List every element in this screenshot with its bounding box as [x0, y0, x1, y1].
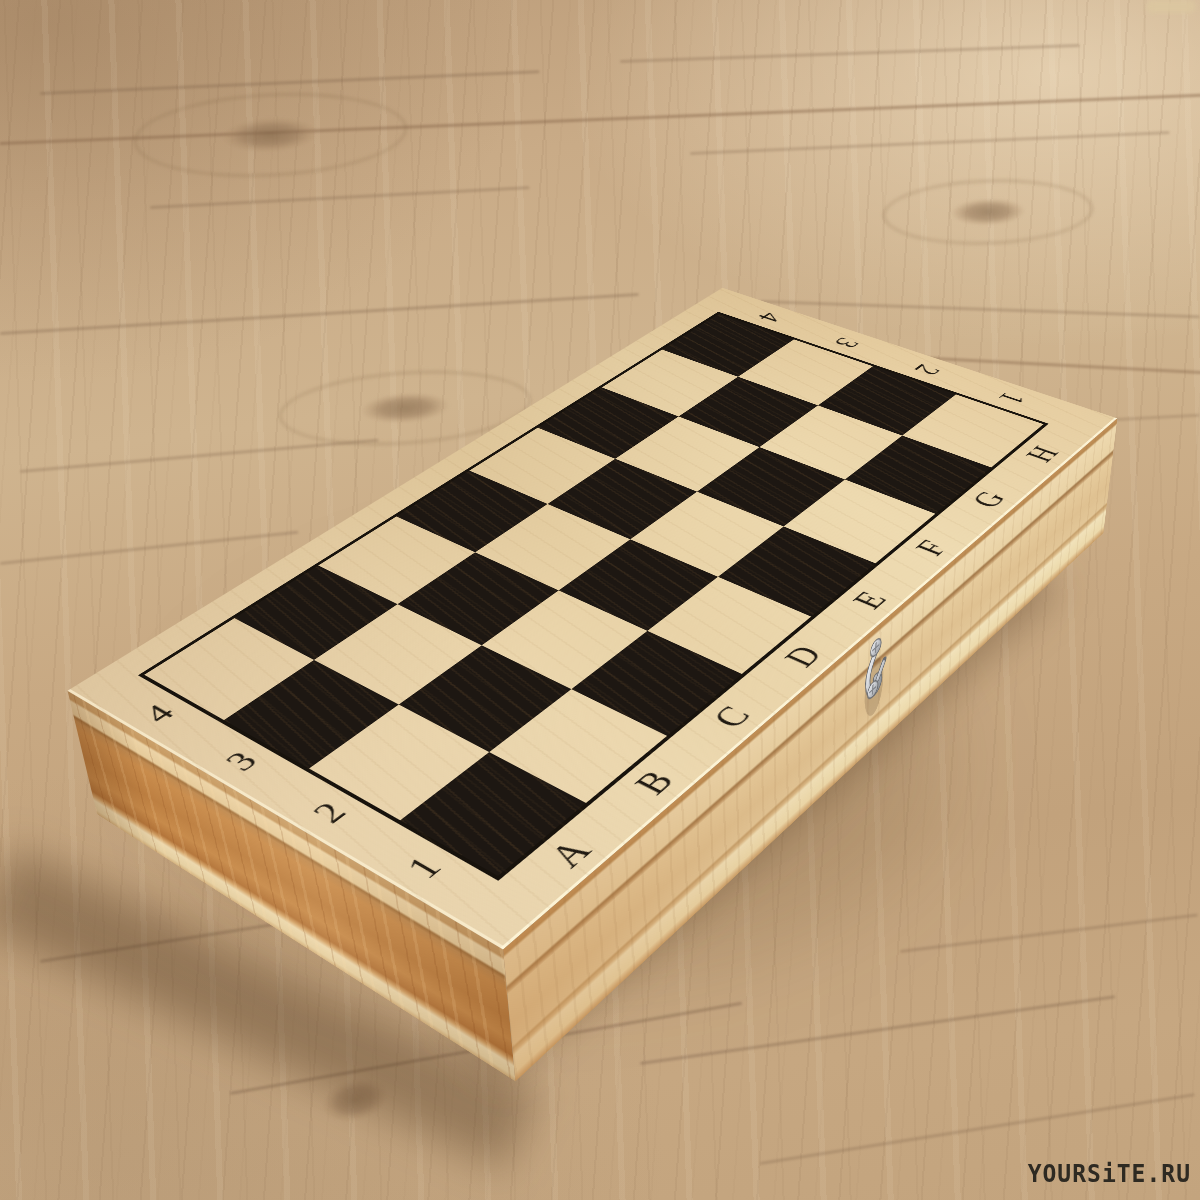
- square-a4: [144, 618, 314, 720]
- square-d1: [647, 577, 811, 674]
- square-c3: [397, 552, 558, 645]
- chess-box-wrapper: 4321 4321 ABCDEFGH: [0, 0, 1200, 1200]
- square-b2: [399, 645, 572, 752]
- product-photo-chess-box: 4321 4321 ABCDEFGH: [0, 0, 1200, 1200]
- square-d2: [559, 539, 718, 631]
- square-b1: [489, 689, 667, 803]
- folding-chess-box: 4321 4321 ABCDEFGH: [68, 288, 1118, 950]
- watermark-text: YOURSiTE.RU: [1028, 1160, 1191, 1187]
- square-c2: [482, 590, 648, 689]
- square-a2: [309, 705, 489, 821]
- square-b4: [234, 565, 397, 659]
- square-b3: [314, 604, 482, 704]
- square-a3: [224, 660, 399, 769]
- square-a1: [400, 752, 586, 876]
- square-e1: [718, 526, 875, 616]
- square-c1: [571, 631, 741, 736]
